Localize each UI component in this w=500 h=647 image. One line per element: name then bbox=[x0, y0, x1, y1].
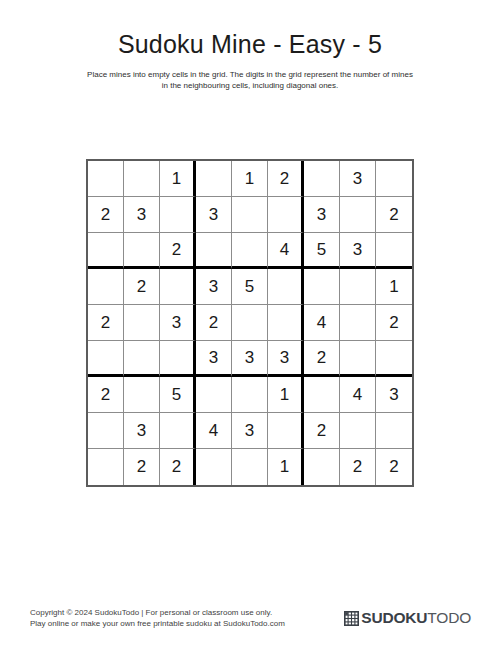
grid-cell-r5c7: 4 bbox=[304, 305, 340, 341]
grid-cell-r2c1: 2 bbox=[88, 197, 124, 233]
grid-cell-r9c4 bbox=[196, 449, 232, 485]
instructions-line-2: in the neighbouring cells, including dia… bbox=[0, 81, 500, 92]
grid-cell-r6c4: 3 bbox=[196, 341, 232, 377]
grid-cell-r5c4: 2 bbox=[196, 305, 232, 341]
grid-cell-r9c5 bbox=[232, 449, 268, 485]
grid-cell-r7c1: 2 bbox=[88, 377, 124, 413]
grid-cell-r5c6 bbox=[268, 305, 304, 341]
grid-cell-r1c6: 2 bbox=[268, 161, 304, 197]
tagline-line: Play online or make your own free printa… bbox=[30, 618, 285, 629]
copyright-line: Copyright © 2024 SudokuTodo | For person… bbox=[30, 607, 285, 618]
grid-cell-r6c1 bbox=[88, 341, 124, 377]
grid-cell-r3c7: 5 bbox=[304, 233, 340, 269]
grid-cell-r7c8: 4 bbox=[340, 377, 376, 413]
grid-cell-r1c3: 1 bbox=[160, 161, 196, 197]
grid-cell-r4c7 bbox=[304, 269, 340, 305]
grid-cell-r9c3: 2 bbox=[160, 449, 196, 485]
grid-cell-r5c1: 2 bbox=[88, 305, 124, 341]
grid-cell-r6c9 bbox=[376, 341, 412, 377]
sudoku-grid-icon bbox=[344, 611, 359, 626]
grid-cell-r6c6: 3 bbox=[268, 341, 304, 377]
grid-cell-r2c8 bbox=[340, 197, 376, 233]
grid-cell-r8c8 bbox=[340, 413, 376, 449]
grid-cell-r8c2: 3 bbox=[124, 413, 160, 449]
logo-wordmark-light: TODO bbox=[427, 609, 471, 626]
grid-cell-r8c7: 2 bbox=[304, 413, 340, 449]
grid-cell-r7c6: 1 bbox=[268, 377, 304, 413]
grid-cell-r1c1 bbox=[88, 161, 124, 197]
grid-cell-r7c3: 5 bbox=[160, 377, 196, 413]
grid-cell-r6c5: 3 bbox=[232, 341, 268, 377]
grid-cell-r9c7 bbox=[304, 449, 340, 485]
grid-cell-r4c5: 5 bbox=[232, 269, 268, 305]
grid-cell-r8c6 bbox=[268, 413, 304, 449]
footer: Copyright © 2024 SudokuTodo | For person… bbox=[30, 607, 471, 629]
grid-cell-r1c4 bbox=[196, 161, 232, 197]
grid-cell-r8c3 bbox=[160, 413, 196, 449]
grid-cell-r2c5 bbox=[232, 197, 268, 233]
grid-cell-r2c2: 3 bbox=[124, 197, 160, 233]
grid-cell-r9c1 bbox=[88, 449, 124, 485]
grid-cell-r3c6: 4 bbox=[268, 233, 304, 269]
grid-cell-r3c2 bbox=[124, 233, 160, 269]
logo-wordmark: SUDOKUTODO bbox=[361, 609, 471, 627]
grid-cell-r4c2: 2 bbox=[124, 269, 160, 305]
grid-cell-r6c8 bbox=[340, 341, 376, 377]
grid-cell-r1c8: 3 bbox=[340, 161, 376, 197]
grid-cell-r1c7 bbox=[304, 161, 340, 197]
sudoku-mine-board: 1123233322453235123242333225143343222122 bbox=[86, 159, 414, 487]
grid-cell-r9c8: 2 bbox=[340, 449, 376, 485]
grid-cell-r3c5 bbox=[232, 233, 268, 269]
page-title: Sudoku Mine - Easy - 5 bbox=[0, 0, 500, 59]
grid-cell-r4c3 bbox=[160, 269, 196, 305]
grid-cell-r4c9: 1 bbox=[376, 269, 412, 305]
grid-cell-r8c5: 3 bbox=[232, 413, 268, 449]
grid-cell-r3c9 bbox=[376, 233, 412, 269]
instructions-line-1: Place mines into empty cells in the grid… bbox=[0, 70, 500, 81]
instructions: Place mines into empty cells in the grid… bbox=[0, 70, 500, 91]
grid-cell-r9c2: 2 bbox=[124, 449, 160, 485]
grid-cell-r2c4: 3 bbox=[196, 197, 232, 233]
grid-cell-r2c9: 2 bbox=[376, 197, 412, 233]
footer-text: Copyright © 2024 SudokuTodo | For person… bbox=[30, 607, 285, 629]
grid-cell-r6c7: 2 bbox=[304, 341, 340, 377]
grid-cell-r3c3: 2 bbox=[160, 233, 196, 269]
grid-cell-r4c4: 3 bbox=[196, 269, 232, 305]
grid-cell-r3c8: 3 bbox=[340, 233, 376, 269]
grid-cell-r4c6 bbox=[268, 269, 304, 305]
grid-cell-r7c2 bbox=[124, 377, 160, 413]
grid-cell-r5c5 bbox=[232, 305, 268, 341]
grid-cell-r4c8 bbox=[340, 269, 376, 305]
grid-cell-r8c1 bbox=[88, 413, 124, 449]
grid-cell-r1c2 bbox=[124, 161, 160, 197]
grid-cell-r7c9: 3 bbox=[376, 377, 412, 413]
grid-cell-r3c4 bbox=[196, 233, 232, 269]
grid-cell-r5c9: 2 bbox=[376, 305, 412, 341]
grid-cell-r7c5 bbox=[232, 377, 268, 413]
grid-cell-r1c5: 1 bbox=[232, 161, 268, 197]
grid-cell-r9c6: 1 bbox=[268, 449, 304, 485]
grid-cell-r6c3 bbox=[160, 341, 196, 377]
grid-cell-r7c4 bbox=[196, 377, 232, 413]
grid-cell-r9c9: 2 bbox=[376, 449, 412, 485]
grid-cell-r5c2 bbox=[124, 305, 160, 341]
grid-cell-r4c1 bbox=[88, 269, 124, 305]
grid-cell-r5c8 bbox=[340, 305, 376, 341]
grid-cell-r7c7 bbox=[304, 377, 340, 413]
grid-cell-r5c3: 3 bbox=[160, 305, 196, 341]
grid-cell-r2c7: 3 bbox=[304, 197, 340, 233]
grid-cell-r8c4: 4 bbox=[196, 413, 232, 449]
grid-cell-r3c1 bbox=[88, 233, 124, 269]
logo-wordmark-bold: SUDOKU bbox=[361, 609, 427, 626]
grid-cell-r6c2 bbox=[124, 341, 160, 377]
grid-cell-r1c9 bbox=[376, 161, 412, 197]
sudokutodo-logo: SUDOKUTODO bbox=[344, 609, 471, 627]
grid-cell-r2c6 bbox=[268, 197, 304, 233]
grid-cell-r2c3 bbox=[160, 197, 196, 233]
grid-cell-r8c9 bbox=[376, 413, 412, 449]
